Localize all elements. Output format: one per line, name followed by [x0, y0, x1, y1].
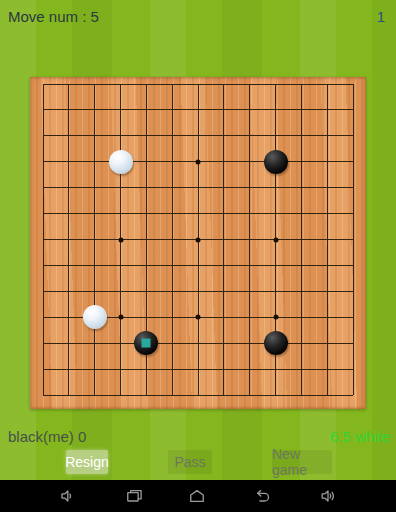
new-game-button[interactable]: New game [272, 450, 332, 474]
grid-line-vertical [223, 84, 224, 395]
grid-line-horizontal [43, 369, 353, 370]
home-icon[interactable] [185, 484, 209, 508]
pass-button[interactable]: Pass [168, 450, 212, 474]
top-bar: Move num : 5 1 [0, 0, 396, 30]
star-point [273, 237, 278, 242]
back-icon[interactable] [250, 484, 274, 508]
black-score-label: black(me) 0 [8, 428, 86, 445]
grid-line-vertical [301, 84, 302, 395]
go-board[interactable] [30, 77, 366, 409]
star-point [196, 237, 201, 242]
stone-white [83, 305, 107, 329]
header-number: 1 [377, 8, 385, 25]
grid-line-horizontal [43, 395, 353, 396]
star-point [273, 315, 278, 320]
volume-up-icon[interactable] [316, 484, 340, 508]
stone-white [109, 150, 133, 174]
recent-apps-icon[interactable] [122, 484, 146, 508]
star-point [118, 237, 123, 242]
board-grid [43, 84, 353, 395]
grid-line-vertical [327, 84, 328, 395]
stone-black [264, 331, 288, 355]
stone-black [264, 150, 288, 174]
resign-button[interactable]: Resign [66, 450, 108, 474]
grid-line-vertical [353, 84, 354, 395]
star-point [196, 159, 201, 164]
star-point [118, 315, 123, 320]
grid-line-horizontal [43, 265, 353, 266]
grid-line-horizontal [43, 343, 353, 344]
stone-black [134, 331, 158, 355]
grid-line-vertical [249, 84, 250, 395]
volume-down-icon[interactable] [55, 484, 79, 508]
star-point [196, 315, 201, 320]
grid-line-horizontal [43, 291, 353, 292]
app-screen: Move num : 5 1 black(me) 0 6.5 white Res… [0, 0, 396, 512]
last-move-marker [142, 339, 151, 348]
android-navbar [0, 480, 396, 512]
white-score-label: 6.5 white [330, 428, 390, 445]
move-counter: Move num : 5 [8, 8, 99, 25]
